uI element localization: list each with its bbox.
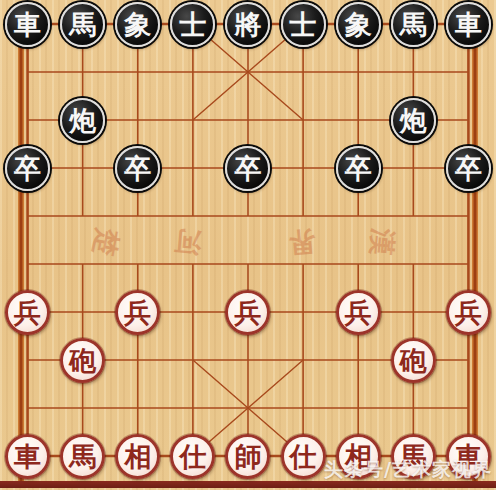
- piece-red-soldier[interactable]: 兵: [336, 290, 381, 335]
- board-point-a2[interactable]: [0, 336, 55, 384]
- board-point-d2[interactable]: [165, 336, 220, 384]
- board-point-g3[interactable]: 兵: [331, 288, 386, 336]
- board-point-b6[interactable]: [55, 144, 110, 192]
- piece-black-advisor[interactable]: 士: [170, 2, 215, 47]
- piece-red-advisor[interactable]: 仕: [170, 434, 215, 479]
- board-point-f8[interactable]: [276, 48, 331, 96]
- piece-black-soldier[interactable]: 卒: [5, 146, 50, 191]
- board-intersections-grid: 車馬象士將士象馬車炮炮卒卒卒卒卒兵兵兵兵兵砲砲車馬相仕師仕相馬車: [0, 0, 496, 480]
- board-point-d5[interactable]: [165, 192, 220, 240]
- piece-black-general[interactable]: 將: [225, 2, 270, 47]
- board-point-i4[interactable]: [441, 240, 496, 288]
- board-point-h4[interactable]: [386, 240, 441, 288]
- piece-black-cannon[interactable]: 炮: [60, 98, 105, 143]
- board-point-e0[interactable]: 師: [220, 432, 275, 480]
- piece-red-soldier[interactable]: 兵: [446, 290, 491, 335]
- board-point-h9[interactable]: 馬: [386, 0, 441, 48]
- piece-red-advisor[interactable]: 仕: [281, 434, 326, 479]
- board-point-f1[interactable]: [276, 384, 331, 432]
- board-point-c7[interactable]: [110, 96, 165, 144]
- watermark-text: 头条号/艺术家视界: [324, 457, 492, 483]
- xiangqi-board: 楚 河 界 漢 車馬象士將士象馬車炮炮卒卒卒卒卒兵兵兵兵兵砲砲車馬相仕師仕相馬車…: [0, 0, 496, 490]
- board-point-b4[interactable]: [55, 240, 110, 288]
- piece-black-soldier[interactable]: 卒: [225, 146, 270, 191]
- board-point-e7[interactable]: [220, 96, 275, 144]
- board-point-b2[interactable]: 砲: [55, 336, 110, 384]
- board-point-e5[interactable]: [220, 192, 275, 240]
- board-point-i5[interactable]: [441, 192, 496, 240]
- board-point-i6[interactable]: 卒: [441, 144, 496, 192]
- board-point-i1[interactable]: [441, 384, 496, 432]
- board-point-f5[interactable]: [276, 192, 331, 240]
- board-point-d1[interactable]: [165, 384, 220, 432]
- board-point-e4[interactable]: [220, 240, 275, 288]
- board-point-b3[interactable]: [55, 288, 110, 336]
- board-point-c2[interactable]: [110, 336, 165, 384]
- board-point-c9[interactable]: 象: [110, 0, 165, 48]
- board-point-g9[interactable]: 象: [331, 0, 386, 48]
- board-point-b5[interactable]: [55, 192, 110, 240]
- board-point-i2[interactable]: [441, 336, 496, 384]
- board-point-f9[interactable]: 士: [276, 0, 331, 48]
- board-point-f6[interactable]: [276, 144, 331, 192]
- board-point-d3[interactable]: [165, 288, 220, 336]
- board-point-a1[interactable]: [0, 384, 55, 432]
- piece-black-horse[interactable]: 馬: [60, 2, 105, 47]
- piece-red-chariot[interactable]: 車: [5, 434, 50, 479]
- board-point-i9[interactable]: 車: [441, 0, 496, 48]
- board-point-i8[interactable]: [441, 48, 496, 96]
- board-point-g1[interactable]: [331, 384, 386, 432]
- board-point-e8[interactable]: [220, 48, 275, 96]
- board-point-b7[interactable]: 炮: [55, 96, 110, 144]
- board-point-a5[interactable]: [0, 192, 55, 240]
- board-point-c6[interactable]: 卒: [110, 144, 165, 192]
- board-point-g6[interactable]: 卒: [331, 144, 386, 192]
- board-point-g7[interactable]: [331, 96, 386, 144]
- piece-black-soldier[interactable]: 卒: [115, 146, 160, 191]
- board-point-a3[interactable]: 兵: [0, 288, 55, 336]
- board-point-a6[interactable]: 卒: [0, 144, 55, 192]
- board-point-d7[interactable]: [165, 96, 220, 144]
- board-point-e3[interactable]: 兵: [220, 288, 275, 336]
- board-point-f4[interactable]: [276, 240, 331, 288]
- board-point-e2[interactable]: [220, 336, 275, 384]
- piece-red-elephant[interactable]: 相: [115, 434, 160, 479]
- board-point-e9[interactable]: 將: [220, 0, 275, 48]
- board-point-d6[interactable]: [165, 144, 220, 192]
- board-point-h7[interactable]: 炮: [386, 96, 441, 144]
- board-point-b9[interactable]: 馬: [55, 0, 110, 48]
- piece-black-soldier[interactable]: 卒: [336, 146, 381, 191]
- board-point-d4[interactable]: [165, 240, 220, 288]
- board-point-d9[interactable]: 士: [165, 0, 220, 48]
- board-point-b1[interactable]: [55, 384, 110, 432]
- board-point-g2[interactable]: [331, 336, 386, 384]
- board-point-a4[interactable]: [0, 240, 55, 288]
- board-point-g8[interactable]: [331, 48, 386, 96]
- board-point-c3[interactable]: 兵: [110, 288, 165, 336]
- piece-black-chariot[interactable]: 車: [446, 2, 491, 47]
- board-point-g4[interactable]: [331, 240, 386, 288]
- board-point-b8[interactable]: [55, 48, 110, 96]
- piece-red-cannon[interactable]: 砲: [391, 338, 436, 383]
- piece-black-horse[interactable]: 馬: [391, 2, 436, 47]
- piece-black-cannon[interactable]: 炮: [391, 98, 436, 143]
- board-point-a7[interactable]: [0, 96, 55, 144]
- board-point-f3[interactable]: [276, 288, 331, 336]
- piece-black-elephant[interactable]: 象: [115, 2, 160, 47]
- board-point-e1[interactable]: [220, 384, 275, 432]
- board-point-d0[interactable]: 仕: [165, 432, 220, 480]
- piece-red-horse[interactable]: 馬: [60, 434, 105, 479]
- board-point-g5[interactable]: [331, 192, 386, 240]
- board-point-a8[interactable]: [0, 48, 55, 96]
- board-point-f2[interactable]: [276, 336, 331, 384]
- board-point-e6[interactable]: 卒: [220, 144, 275, 192]
- piece-black-soldier[interactable]: 卒: [446, 146, 491, 191]
- board-point-d8[interactable]: [165, 48, 220, 96]
- board-point-i3[interactable]: 兵: [441, 288, 496, 336]
- board-point-f7[interactable]: [276, 96, 331, 144]
- piece-black-advisor[interactable]: 士: [281, 2, 326, 47]
- board-point-c0[interactable]: 相: [110, 432, 165, 480]
- board-point-h8[interactable]: [386, 48, 441, 96]
- board-point-h1[interactable]: [386, 384, 441, 432]
- board-point-c5[interactable]: [110, 192, 165, 240]
- piece-red-soldier[interactable]: 兵: [225, 290, 270, 335]
- board-point-h6[interactable]: [386, 144, 441, 192]
- piece-red-cannon[interactable]: 砲: [60, 338, 105, 383]
- board-point-h3[interactable]: [386, 288, 441, 336]
- board-point-c8[interactable]: [110, 48, 165, 96]
- piece-red-soldier[interactable]: 兵: [115, 290, 160, 335]
- board-point-i7[interactable]: [441, 96, 496, 144]
- board-point-h2[interactable]: 砲: [386, 336, 441, 384]
- piece-black-chariot[interactable]: 車: [5, 2, 50, 47]
- board-point-f0[interactable]: 仕: [276, 432, 331, 480]
- board-point-h5[interactable]: [386, 192, 441, 240]
- piece-black-elephant[interactable]: 象: [336, 2, 381, 47]
- board-point-a9[interactable]: 車: [0, 0, 55, 48]
- board-point-b0[interactable]: 馬: [55, 432, 110, 480]
- board-point-c4[interactable]: [110, 240, 165, 288]
- board-point-c1[interactable]: [110, 384, 165, 432]
- piece-red-soldier[interactable]: 兵: [5, 290, 50, 335]
- board-point-a0[interactable]: 車: [0, 432, 55, 480]
- piece-red-general[interactable]: 師: [225, 434, 270, 479]
